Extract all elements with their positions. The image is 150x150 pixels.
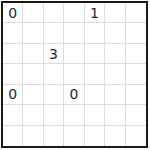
empty-cell[interactable] <box>105 85 125 105</box>
empty-cell[interactable] <box>3 23 23 43</box>
empty-cell[interactable] <box>64 44 84 64</box>
empty-cell[interactable] <box>3 64 23 84</box>
empty-cell[interactable] <box>64 64 84 84</box>
empty-cell[interactable] <box>126 85 146 105</box>
empty-cell[interactable] <box>105 44 125 64</box>
empty-cell[interactable] <box>44 85 64 105</box>
empty-cell[interactable] <box>85 126 105 146</box>
empty-cell[interactable] <box>126 44 146 64</box>
empty-cell[interactable] <box>105 23 125 43</box>
empty-cell[interactable] <box>23 126 43 146</box>
empty-cell[interactable] <box>105 105 125 125</box>
empty-cell[interactable] <box>105 126 125 146</box>
clue-cell: 3 <box>44 44 64 64</box>
empty-cell[interactable] <box>105 3 125 23</box>
empty-cell[interactable] <box>64 126 84 146</box>
empty-cell[interactable] <box>44 3 64 23</box>
empty-cell[interactable] <box>23 85 43 105</box>
clue-cell: 1 <box>85 3 105 23</box>
empty-cell[interactable] <box>44 23 64 43</box>
empty-cell[interactable] <box>85 64 105 84</box>
empty-cell[interactable] <box>23 44 43 64</box>
empty-cell[interactable] <box>64 105 84 125</box>
empty-cell[interactable] <box>85 85 105 105</box>
empty-cell[interactable] <box>85 23 105 43</box>
empty-cell[interactable] <box>44 105 64 125</box>
empty-cell[interactable] <box>3 105 23 125</box>
clue-cell: 0 <box>3 85 23 105</box>
empty-cell[interactable] <box>23 105 43 125</box>
puzzle-board: 01300 <box>1 1 148 148</box>
empty-cell[interactable] <box>3 44 23 64</box>
empty-cell[interactable] <box>85 44 105 64</box>
clue-cell: 0 <box>64 85 84 105</box>
empty-cell[interactable] <box>23 64 43 84</box>
empty-cell[interactable] <box>126 3 146 23</box>
clue-cell: 0 <box>3 3 23 23</box>
empty-cell[interactable] <box>44 64 64 84</box>
empty-cell[interactable] <box>23 3 43 23</box>
empty-cell[interactable] <box>126 23 146 43</box>
empty-cell[interactable] <box>44 126 64 146</box>
empty-cell[interactable] <box>64 23 84 43</box>
empty-cell[interactable] <box>3 126 23 146</box>
empty-cell[interactable] <box>126 105 146 125</box>
empty-cell[interactable] <box>126 126 146 146</box>
empty-cell[interactable] <box>64 3 84 23</box>
empty-cell[interactable] <box>85 105 105 125</box>
empty-cell[interactable] <box>126 64 146 84</box>
empty-cell[interactable] <box>105 64 125 84</box>
empty-cell[interactable] <box>23 23 43 43</box>
